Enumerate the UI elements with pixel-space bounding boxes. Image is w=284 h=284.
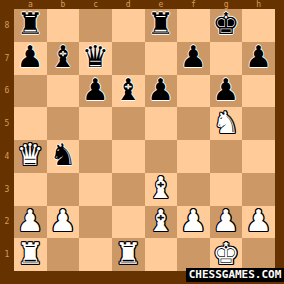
square-f4[interactable] (177, 140, 210, 173)
square-f3[interactable] (177, 173, 210, 206)
square-a5[interactable] (14, 107, 47, 140)
square-h6[interactable] (242, 75, 275, 108)
square-h1[interactable] (242, 238, 275, 271)
square-h5[interactable] (242, 107, 275, 140)
square-d4[interactable] (112, 140, 145, 173)
square-a6[interactable] (14, 75, 47, 108)
square-a7[interactable]: ♟ (14, 42, 47, 75)
square-d1[interactable]: ♜ (112, 238, 145, 271)
piece-black-bishop: ♝ (115, 75, 142, 105)
square-b6[interactable] (47, 75, 80, 108)
square-h7[interactable]: ♟ (242, 42, 275, 75)
piece-white-bishop: ♝ (147, 206, 174, 236)
square-g5[interactable]: ♞ (210, 107, 243, 140)
square-e8[interactable]: ♜ (145, 9, 178, 42)
square-b2[interactable]: ♟ (47, 206, 80, 239)
square-g6[interactable]: ♟ (210, 75, 243, 108)
square-d6[interactable]: ♝ (112, 75, 145, 108)
site-badge: CHESSGAMES.COM (186, 268, 284, 282)
piece-white-bishop: ♝ (147, 173, 174, 203)
rank-label-3: 3 (0, 173, 14, 206)
piece-black-pawn: ♟ (82, 75, 109, 105)
square-c8[interactable] (79, 9, 112, 42)
file-label-c: c (79, 0, 112, 9)
rank-label-5: 5 (0, 107, 14, 140)
piece-white-pawn: ♟ (17, 206, 44, 236)
piece-black-knight: ♞ (49, 140, 76, 170)
square-f6[interactable] (177, 75, 210, 108)
square-h2[interactable]: ♟ (242, 206, 275, 239)
rank-label-7: 7 (0, 42, 14, 75)
square-a3[interactable] (14, 173, 47, 206)
square-b5[interactable] (47, 107, 80, 140)
square-c4[interactable] (79, 140, 112, 173)
piece-white-knight: ♞ (213, 108, 240, 138)
square-c2[interactable] (79, 206, 112, 239)
rank-label-2: 2 (0, 206, 14, 239)
square-e5[interactable] (145, 107, 178, 140)
square-d8[interactable] (112, 9, 145, 42)
square-g3[interactable] (210, 173, 243, 206)
rank-labels: 87654321 (0, 9, 14, 271)
square-e2[interactable]: ♝ (145, 206, 178, 239)
square-h8[interactable] (242, 9, 275, 42)
square-h3[interactable] (242, 173, 275, 206)
piece-black-king: ♚ (213, 9, 240, 39)
piece-black-rook: ♜ (17, 9, 44, 39)
square-e4[interactable] (145, 140, 178, 173)
square-c7[interactable]: ♛ (79, 42, 112, 75)
chess-board: ♜♜♚♟♝♛♟♟♟♝♟♟♞♛♞♝♟♟♝♟♟♟♜♜♚ (14, 9, 275, 271)
square-e1[interactable] (145, 238, 178, 271)
piece-white-queen: ♛ (17, 140, 44, 170)
square-b1[interactable] (47, 238, 80, 271)
piece-white-pawn: ♟ (245, 206, 272, 236)
square-c1[interactable] (79, 238, 112, 271)
square-c5[interactable] (79, 107, 112, 140)
square-a8[interactable]: ♜ (14, 9, 47, 42)
file-label-b: b (47, 0, 80, 9)
rank-label-8: 8 (0, 9, 14, 42)
piece-black-pawn: ♟ (147, 75, 174, 105)
square-f1[interactable] (177, 238, 210, 271)
square-g1[interactable]: ♚ (210, 238, 243, 271)
square-d5[interactable] (112, 107, 145, 140)
piece-white-king: ♚ (213, 239, 240, 269)
square-a1[interactable]: ♜ (14, 238, 47, 271)
piece-black-pawn: ♟ (245, 42, 272, 72)
square-h4[interactable] (242, 140, 275, 173)
piece-black-pawn: ♟ (17, 42, 44, 72)
square-d7[interactable] (112, 42, 145, 75)
square-e3[interactable]: ♝ (145, 173, 178, 206)
square-f8[interactable] (177, 9, 210, 42)
file-label-f: f (177, 0, 210, 9)
piece-black-rook: ♜ (147, 9, 174, 39)
rank-label-4: 4 (0, 140, 14, 173)
square-g4[interactable] (210, 140, 243, 173)
square-f7[interactable]: ♟ (177, 42, 210, 75)
square-d2[interactable] (112, 206, 145, 239)
piece-white-pawn: ♟ (49, 206, 76, 236)
square-b7[interactable]: ♝ (47, 42, 80, 75)
rank-label-1: 1 (0, 238, 14, 271)
piece-black-pawn: ♟ (180, 42, 207, 72)
square-a4[interactable]: ♛ (14, 140, 47, 173)
square-e6[interactable]: ♟ (145, 75, 178, 108)
square-e7[interactable] (145, 42, 178, 75)
square-f5[interactable] (177, 107, 210, 140)
file-label-h: h (242, 0, 275, 9)
square-g8[interactable]: ♚ (210, 9, 243, 42)
square-c6[interactable]: ♟ (79, 75, 112, 108)
square-a2[interactable]: ♟ (14, 206, 47, 239)
piece-black-pawn: ♟ (213, 75, 240, 105)
piece-white-pawn: ♟ (180, 206, 207, 236)
square-g7[interactable] (210, 42, 243, 75)
square-b4[interactable]: ♞ (47, 140, 80, 173)
rank-label-6: 6 (0, 75, 14, 108)
piece-white-pawn: ♟ (213, 206, 240, 236)
square-g2[interactable]: ♟ (210, 206, 243, 239)
piece-black-bishop: ♝ (49, 42, 76, 72)
chess-diagram: abcdefgh 87654321 ♜♜♚♟♝♛♟♟♟♝♟♟♞♛♞♝♟♟♝♟♟♟… (0, 0, 284, 284)
piece-white-rook: ♜ (115, 239, 142, 269)
square-c3[interactable] (79, 173, 112, 206)
square-d3[interactable] (112, 173, 145, 206)
piece-white-rook: ♜ (17, 239, 44, 269)
square-b3[interactable] (47, 173, 80, 206)
square-f2[interactable]: ♟ (177, 206, 210, 239)
square-b8[interactable] (47, 9, 80, 42)
piece-black-queen: ♛ (82, 42, 109, 72)
file-label-d: d (112, 0, 145, 9)
